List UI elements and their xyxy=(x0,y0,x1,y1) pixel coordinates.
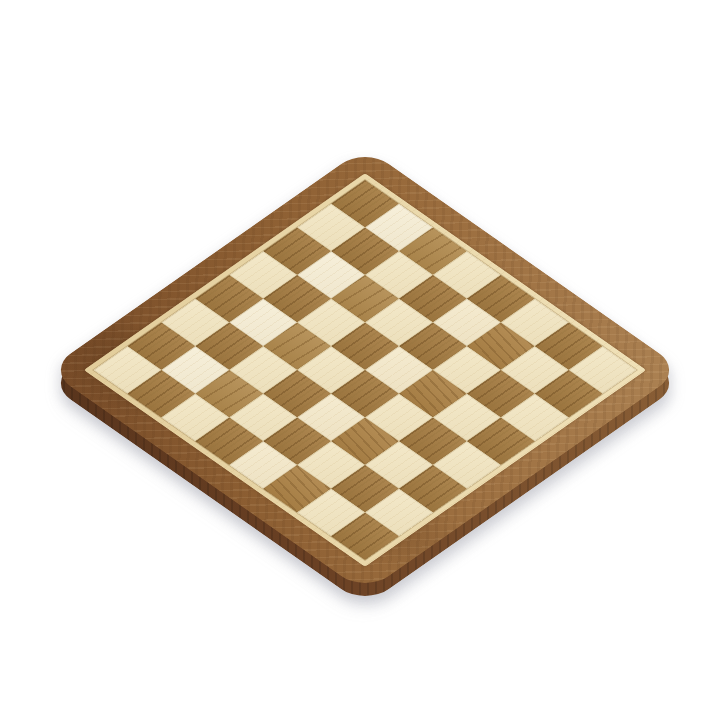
photo-canvas xyxy=(0,0,720,720)
board-grid xyxy=(93,180,636,560)
board-inlay-border xyxy=(84,173,647,567)
chessboard-scene xyxy=(0,0,720,720)
chessboard xyxy=(47,147,683,592)
